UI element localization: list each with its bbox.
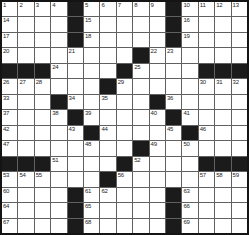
black-cell-r3c5 xyxy=(68,33,83,47)
cell-r3c6[interactable]: 18 xyxy=(84,33,99,47)
cell-r13c3[interactable] xyxy=(35,188,50,202)
cell-r3c13[interactable] xyxy=(199,33,214,47)
cell-r12c15[interactable]: 59 xyxy=(232,172,247,186)
clue-number-3: 3 xyxy=(36,2,39,9)
cell-r11c9[interactable]: 52 xyxy=(133,157,148,171)
black-cell-r15c5 xyxy=(68,219,83,233)
black-cell-r6c7 xyxy=(100,79,115,93)
cell-r9c11[interactable]: 45 xyxy=(166,126,181,140)
cell-r15c10[interactable] xyxy=(150,219,165,233)
clue-number-19: 19 xyxy=(183,33,189,40)
cell-r4c5[interactable]: 21 xyxy=(68,48,83,62)
cell-r2c3[interactable] xyxy=(35,17,50,31)
clue-number-29: 29 xyxy=(118,79,124,86)
cell-r15c13[interactable] xyxy=(199,219,214,233)
cell-r12c5[interactable] xyxy=(68,172,83,186)
cell-r10c11[interactable] xyxy=(166,141,181,155)
black-cell-r9c6 xyxy=(84,126,99,140)
black-cell-r10c9 xyxy=(133,141,148,155)
crossword-board: 1234567891011121314151617181920212223242… xyxy=(0,0,249,235)
cell-r15c1[interactable]: 67 xyxy=(2,219,17,233)
cell-r6c5[interactable] xyxy=(68,79,83,93)
cell-r3c8[interactable] xyxy=(117,33,132,47)
cell-r9c9[interactable] xyxy=(133,126,148,140)
clue-number-36: 36 xyxy=(167,95,173,102)
black-cell-r3c11 xyxy=(166,33,181,47)
black-cell-r7c10 xyxy=(150,95,165,109)
cell-r7c9[interactable] xyxy=(133,95,148,109)
clue-number-51: 51 xyxy=(52,157,58,164)
clue-number-56: 56 xyxy=(118,172,124,179)
cell-r11c4[interactable]: 51 xyxy=(51,157,66,171)
clue-number-23: 23 xyxy=(167,48,173,55)
black-cell-r5c15 xyxy=(232,64,247,78)
cell-r7c2[interactable] xyxy=(18,95,33,109)
cell-r9c5[interactable]: 43 xyxy=(68,126,83,140)
cell-r10c7[interactable] xyxy=(100,141,115,155)
cell-r9c4[interactable] xyxy=(51,126,66,140)
cell-r2c12[interactable]: 16 xyxy=(182,17,197,31)
cell-r14c7[interactable] xyxy=(100,203,115,217)
cell-r10c12[interactable]: 50 xyxy=(182,141,197,155)
cell-r3c10[interactable] xyxy=(150,33,165,47)
cell-r6c4[interactable] xyxy=(51,79,66,93)
cell-r6c10[interactable] xyxy=(150,79,165,93)
cell-r2c15[interactable] xyxy=(232,17,247,31)
cell-r13c15[interactable] xyxy=(232,188,247,202)
cell-r2c8[interactable] xyxy=(117,17,132,31)
cell-r10c6[interactable]: 48 xyxy=(84,141,99,155)
cell-r1c4[interactable]: 4 xyxy=(51,2,66,16)
clue-number-69: 69 xyxy=(183,219,189,226)
cell-r2c10[interactable] xyxy=(150,17,165,31)
cell-r8c9[interactable] xyxy=(133,110,148,124)
cell-r11c6[interactable] xyxy=(84,157,99,171)
cell-r15c2[interactable] xyxy=(18,219,33,233)
cell-r10c8[interactable] xyxy=(117,141,132,155)
cell-r2c7[interactable] xyxy=(100,17,115,31)
clue-number-42: 42 xyxy=(3,126,9,133)
cell-r15c4[interactable] xyxy=(51,219,66,233)
black-cell-r1c5 xyxy=(68,2,83,16)
cell-r12c4[interactable] xyxy=(51,172,66,186)
cell-r3c14[interactable] xyxy=(215,33,230,47)
cell-r9c7[interactable]: 44 xyxy=(100,126,115,140)
clue-number-47: 47 xyxy=(3,141,9,148)
cell-r4c7[interactable] xyxy=(100,48,115,62)
cell-r1c7[interactable]: 6 xyxy=(100,2,115,16)
clue-number-24: 24 xyxy=(52,64,58,71)
black-cell-r11c8 xyxy=(117,157,132,171)
clue-number-63: 63 xyxy=(183,188,189,195)
cell-r12c1[interactable]: 53 xyxy=(2,172,17,186)
black-cell-r5c8 xyxy=(117,64,132,78)
clue-number-57: 57 xyxy=(200,172,206,179)
clue-number-43: 43 xyxy=(69,126,75,133)
black-cell-r11c15 xyxy=(232,157,247,171)
black-cell-r8c11 xyxy=(166,110,181,124)
cell-r7c12[interactable] xyxy=(182,95,197,109)
cell-r3c9[interactable] xyxy=(133,33,148,47)
cell-r6c11[interactable] xyxy=(166,79,181,93)
cell-r10c3[interactable] xyxy=(35,141,50,155)
cell-r8c10[interactable]: 40 xyxy=(150,110,165,124)
cell-r5c10[interactable] xyxy=(150,64,165,78)
cell-r15c3[interactable] xyxy=(35,219,50,233)
cell-r4c10[interactable]: 22 xyxy=(150,48,165,62)
cell-r4c8[interactable] xyxy=(117,48,132,62)
cell-r11c12[interactable] xyxy=(182,157,197,171)
cell-r15c12[interactable]: 69 xyxy=(182,219,197,233)
black-cell-r12c7 xyxy=(100,172,115,186)
cell-r2c6[interactable]: 15 xyxy=(84,17,99,31)
cell-r11c11[interactable] xyxy=(166,157,181,171)
cell-r9c14[interactable] xyxy=(215,126,230,140)
cell-r11c10[interactable] xyxy=(150,157,165,171)
cell-r8c3[interactable] xyxy=(35,110,50,124)
cell-r8c6[interactable]: 39 xyxy=(84,110,99,124)
clue-number-48: 48 xyxy=(85,141,91,148)
cell-r14c8[interactable] xyxy=(117,203,132,217)
cell-r2c13[interactable] xyxy=(199,17,214,31)
clue-number-67: 67 xyxy=(3,219,9,226)
cell-r5c5[interactable] xyxy=(68,64,83,78)
clue-number-38: 38 xyxy=(52,110,58,117)
cell-r8c15[interactable] xyxy=(232,110,247,124)
cell-r5c7[interactable] xyxy=(100,64,115,78)
clue-number-33: 33 xyxy=(3,95,9,102)
clue-number-64: 64 xyxy=(3,203,9,210)
cell-r4c3[interactable] xyxy=(35,48,50,62)
clue-number-21: 21 xyxy=(69,48,75,55)
cell-r4c6[interactable] xyxy=(84,48,99,62)
cell-r7c11[interactable]: 36 xyxy=(166,95,181,109)
cell-r12c2[interactable]: 54 xyxy=(18,172,33,186)
cell-r6c6[interactable] xyxy=(84,79,99,93)
clue-number-62: 62 xyxy=(101,188,107,195)
cell-r13c8[interactable] xyxy=(117,188,132,202)
cell-r12c10[interactable] xyxy=(150,172,165,186)
cell-r6c3[interactable]: 28 xyxy=(35,79,50,93)
clue-number-32: 32 xyxy=(233,79,239,86)
cell-r13c12[interactable]: 63 xyxy=(182,188,197,202)
cell-r14c13[interactable] xyxy=(199,203,214,217)
cell-r9c8[interactable] xyxy=(117,126,132,140)
cell-r11c7[interactable] xyxy=(100,157,115,171)
cell-r2c2[interactable] xyxy=(18,17,33,31)
cell-r9c3[interactable] xyxy=(35,126,50,140)
cell-r10c1[interactable]: 47 xyxy=(2,141,17,155)
clue-number-54: 54 xyxy=(19,172,25,179)
cell-r12c14[interactable]: 58 xyxy=(215,172,230,186)
black-cell-r5c14 xyxy=(215,64,230,78)
cell-r15c6[interactable]: 68 xyxy=(84,219,99,233)
cell-r7c7[interactable]: 35 xyxy=(100,95,115,109)
cell-r10c15[interactable] xyxy=(232,141,247,155)
cell-r15c14[interactable] xyxy=(215,219,230,233)
cell-r5c9[interactable]: 25 xyxy=(133,64,148,78)
cell-r10c2[interactable] xyxy=(18,141,33,155)
black-cell-r11c1 xyxy=(2,157,17,171)
clue-number-2: 2 xyxy=(19,2,22,9)
cell-r14c2[interactable] xyxy=(18,203,33,217)
clue-number-26: 26 xyxy=(3,79,9,86)
cell-r7c6[interactable] xyxy=(84,95,99,109)
black-cell-r2c11 xyxy=(166,17,181,31)
cell-r13c4[interactable] xyxy=(51,188,66,202)
clue-number-45: 45 xyxy=(167,126,173,133)
cell-r9c13[interactable]: 46 xyxy=(199,126,214,140)
cell-r6c15[interactable]: 32 xyxy=(232,79,247,93)
cell-r15c15[interactable] xyxy=(232,219,247,233)
clue-number-34: 34 xyxy=(69,95,75,102)
clue-number-53: 53 xyxy=(3,172,9,179)
cell-r9c1[interactable]: 42 xyxy=(2,126,17,140)
cell-r8c14[interactable] xyxy=(215,110,230,124)
cell-r9c2[interactable] xyxy=(18,126,33,140)
black-cell-r9c12 xyxy=(182,126,197,140)
cell-r12c12[interactable] xyxy=(182,172,197,186)
cell-r8c12[interactable]: 41 xyxy=(182,110,197,124)
cell-r4c14[interactable] xyxy=(215,48,230,62)
clue-number-11: 11 xyxy=(200,2,206,9)
black-cell-r5c13 xyxy=(199,64,214,78)
clue-number-55: 55 xyxy=(36,172,42,179)
black-cell-r13c11 xyxy=(166,188,181,202)
cell-r13c14[interactable] xyxy=(215,188,230,202)
cell-r12c11[interactable] xyxy=(166,172,181,186)
black-cell-r5c2 xyxy=(18,64,33,78)
cell-r6c1[interactable]: 26 xyxy=(2,79,17,93)
cell-r10c10[interactable]: 49 xyxy=(150,141,165,155)
cell-r4c11[interactable]: 23 xyxy=(166,48,181,62)
clue-number-27: 27 xyxy=(19,79,25,86)
cell-r4c2[interactable] xyxy=(18,48,33,62)
cell-r5c12[interactable] xyxy=(182,64,197,78)
black-cell-r11c3 xyxy=(35,157,50,171)
cell-r14c15[interactable] xyxy=(232,203,247,217)
black-cell-r11c13 xyxy=(199,157,214,171)
clue-number-12: 12 xyxy=(216,2,222,9)
black-cell-r4c9 xyxy=(133,48,148,62)
clue-number-4: 4 xyxy=(52,2,55,9)
cell-r1c8[interactable]: 7 xyxy=(117,2,132,16)
clue-number-14: 14 xyxy=(3,17,9,24)
cell-r8c2[interactable] xyxy=(18,110,33,124)
clue-number-8: 8 xyxy=(134,2,137,9)
cell-r10c4[interactable] xyxy=(51,141,66,155)
cell-r3c1[interactable]: 17 xyxy=(2,33,17,47)
clue-number-28: 28 xyxy=(36,79,42,86)
cell-r4c13[interactable] xyxy=(199,48,214,62)
cell-r9c10[interactable] xyxy=(150,126,165,140)
clue-number-66: 66 xyxy=(183,203,189,210)
clue-number-41: 41 xyxy=(183,110,189,117)
black-cell-r14c5 xyxy=(68,203,83,217)
cell-r14c9[interactable] xyxy=(133,203,148,217)
clue-number-30: 30 xyxy=(200,79,206,86)
cell-r5c4[interactable]: 24 xyxy=(51,64,66,78)
cell-r1c3[interactable]: 3 xyxy=(35,2,50,16)
clue-number-50: 50 xyxy=(183,141,189,148)
cell-r6c9[interactable] xyxy=(133,79,148,93)
cell-r1c14[interactable]: 12 xyxy=(215,2,230,16)
black-cell-r7c4 xyxy=(51,95,66,109)
cell-r14c1[interactable]: 64 xyxy=(2,203,17,217)
black-cell-r15c11 xyxy=(166,219,181,233)
cell-r14c12[interactable]: 66 xyxy=(182,203,197,217)
cell-r7c5[interactable]: 34 xyxy=(68,95,83,109)
cell-r12c6[interactable] xyxy=(84,172,99,186)
cell-r10c14[interactable] xyxy=(215,141,230,155)
black-cell-r5c3 xyxy=(35,64,50,78)
cell-r7c13[interactable] xyxy=(199,95,214,109)
black-cell-r8c5 xyxy=(68,110,83,124)
cell-r2c1[interactable]: 14 xyxy=(2,17,17,31)
clue-number-59: 59 xyxy=(233,172,239,179)
clue-number-65: 65 xyxy=(85,203,91,210)
cell-r15c9[interactable] xyxy=(133,219,148,233)
cell-r7c8[interactable] xyxy=(117,95,132,109)
clue-number-20: 20 xyxy=(3,48,9,55)
cell-r13c2[interactable] xyxy=(18,188,33,202)
cell-r1c12[interactable]: 10 xyxy=(182,2,197,16)
cell-r11c5[interactable] xyxy=(68,157,83,171)
clue-number-40: 40 xyxy=(151,110,157,117)
cell-r6c8[interactable]: 29 xyxy=(117,79,132,93)
cell-r3c4[interactable] xyxy=(51,33,66,47)
cell-r6c2[interactable]: 27 xyxy=(18,79,33,93)
cell-r1c13[interactable]: 11 xyxy=(199,2,214,16)
cell-r15c8[interactable] xyxy=(117,219,132,233)
cell-r3c15[interactable] xyxy=(232,33,247,47)
cell-r14c14[interactable] xyxy=(215,203,230,217)
clue-number-60: 60 xyxy=(3,188,9,195)
cell-r14c4[interactable] xyxy=(51,203,66,217)
cell-r7c15[interactable] xyxy=(232,95,247,109)
cell-r8c13[interactable] xyxy=(199,110,214,124)
cell-r13c9[interactable] xyxy=(133,188,148,202)
cell-r1c6[interactable]: 5 xyxy=(84,2,99,16)
cell-r6c13[interactable]: 30 xyxy=(199,79,214,93)
cell-r1c10[interactable]: 9 xyxy=(150,2,165,16)
cell-r10c5[interactable] xyxy=(68,141,83,155)
cell-r1c1[interactable]: 1 xyxy=(2,2,17,16)
clue-number-25: 25 xyxy=(134,64,140,71)
cell-r8c4[interactable]: 38 xyxy=(51,110,66,124)
cell-r5c6[interactable] xyxy=(84,64,99,78)
cell-r12c3[interactable]: 55 xyxy=(35,172,50,186)
clue-number-6: 6 xyxy=(101,2,104,9)
cell-r4c4[interactable] xyxy=(51,48,66,62)
clue-number-9: 9 xyxy=(151,2,154,9)
clue-number-7: 7 xyxy=(118,2,121,9)
cell-r8c7[interactable] xyxy=(100,110,115,124)
cell-r10c13[interactable] xyxy=(199,141,214,155)
cell-r15c7[interactable] xyxy=(100,219,115,233)
clue-number-46: 46 xyxy=(200,126,206,133)
cell-r3c2[interactable] xyxy=(18,33,33,47)
clue-number-58: 58 xyxy=(216,172,222,179)
cell-r1c2[interactable]: 2 xyxy=(18,2,33,16)
cell-r2c14[interactable] xyxy=(215,17,230,31)
clue-number-16: 16 xyxy=(183,17,189,24)
cell-r13c6[interactable]: 61 xyxy=(84,188,99,202)
clue-number-13: 13 xyxy=(233,2,239,9)
cell-r3c12[interactable]: 19 xyxy=(182,33,197,47)
cell-r13c7[interactable]: 62 xyxy=(100,188,115,202)
clue-number-68: 68 xyxy=(85,219,91,226)
cell-r5c11[interactable] xyxy=(166,64,181,78)
clue-number-10: 10 xyxy=(183,2,189,9)
cell-r3c7[interactable] xyxy=(100,33,115,47)
cell-r7c3[interactable] xyxy=(35,95,50,109)
cell-r9c15[interactable] xyxy=(232,126,247,140)
clue-number-1: 1 xyxy=(3,2,6,9)
cell-r12c13[interactable]: 57 xyxy=(199,172,214,186)
cell-r12c9[interactable] xyxy=(133,172,148,186)
cell-r2c4[interactable] xyxy=(51,17,66,31)
cell-r14c10[interactable] xyxy=(150,203,165,217)
cell-r4c12[interactable] xyxy=(182,48,197,62)
clue-number-49: 49 xyxy=(151,141,157,148)
cell-r3c3[interactable] xyxy=(35,33,50,47)
black-cell-r2c5 xyxy=(68,17,83,31)
clue-number-15: 15 xyxy=(85,17,91,24)
cell-r13c1[interactable]: 60 xyxy=(2,188,17,202)
clue-number-61: 61 xyxy=(85,188,91,195)
cell-r13c13[interactable] xyxy=(199,188,214,202)
clue-number-22: 22 xyxy=(151,48,157,55)
black-cell-r13c5 xyxy=(68,188,83,202)
black-cell-r14c11 xyxy=(166,203,181,217)
cell-r8c1[interactable]: 37 xyxy=(2,110,17,124)
cell-r14c6[interactable]: 65 xyxy=(84,203,99,217)
cell-r4c15[interactable] xyxy=(232,48,247,62)
black-cell-r5c1 xyxy=(2,64,17,78)
clue-number-52: 52 xyxy=(134,157,140,164)
clue-number-31: 31 xyxy=(216,79,222,86)
cell-r2c9[interactable] xyxy=(133,17,148,31)
cell-r7c14[interactable] xyxy=(215,95,230,109)
cell-r4c1[interactable]: 20 xyxy=(2,48,17,62)
black-cell-r1c11 xyxy=(166,2,181,16)
cell-r8c8[interactable] xyxy=(117,110,132,124)
cell-r6c14[interactable]: 31 xyxy=(215,79,230,93)
cell-r14c3[interactable] xyxy=(35,203,50,217)
black-cell-r11c2 xyxy=(18,157,33,171)
clue-number-39: 39 xyxy=(85,110,91,117)
clue-number-44: 44 xyxy=(101,126,107,133)
clue-number-35: 35 xyxy=(101,95,107,102)
clue-number-37: 37 xyxy=(3,110,9,117)
black-cell-r11c14 xyxy=(215,157,230,171)
cell-r13c10[interactable] xyxy=(150,188,165,202)
cell-r1c15[interactable]: 13 xyxy=(232,2,247,16)
cell-r1c9[interactable]: 8 xyxy=(133,2,148,16)
cell-r12c8[interactable]: 56 xyxy=(117,172,132,186)
clue-number-5: 5 xyxy=(85,2,88,9)
cell-r7c1[interactable]: 33 xyxy=(2,95,17,109)
cell-r6c12[interactable] xyxy=(182,79,197,93)
clue-number-18: 18 xyxy=(85,33,91,40)
clue-number-17: 17 xyxy=(3,33,9,40)
